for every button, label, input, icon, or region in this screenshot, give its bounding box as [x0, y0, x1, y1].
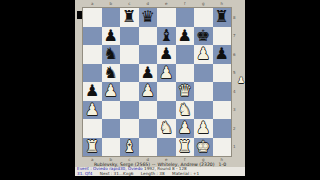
black-knight-b5: ♞ — [104, 64, 118, 83]
black-to-move-indicator — [77, 11, 82, 19]
black-pawn-d5: ♟ — [141, 64, 155, 83]
square-b3[interactable] — [102, 101, 121, 120]
square-d1[interactable] — [139, 138, 158, 157]
square-f7[interactable]: ♟ — [176, 27, 195, 46]
square-e3[interactable] — [157, 101, 176, 120]
white-pawn-e5: ♟ — [159, 64, 173, 83]
white-pawn-a3: ♟ — [85, 101, 99, 120]
game-length: Length : 38 — [141, 171, 165, 176]
square-e1[interactable] — [157, 138, 176, 157]
file-label-d: d — [139, 0, 158, 8]
square-g4[interactable] — [194, 82, 213, 101]
square-d4[interactable]: ♟ — [139, 82, 158, 101]
square-c2[interactable] — [120, 119, 139, 138]
board: ♜♛♜♟♝♟♚♞♟♟♟♞♟♟♟♟♟♛♟♞♞♟♟♜♝♜♚ — [83, 8, 231, 156]
white-king-g1: ♚ — [196, 138, 210, 157]
square-d5[interactable]: ♟ — [139, 64, 158, 83]
square-f3[interactable]: ♞ — [176, 101, 195, 120]
square-g6[interactable]: ♟ — [194, 45, 213, 64]
square-f8[interactable] — [176, 8, 195, 27]
white-rook-a1: ♜ — [85, 138, 99, 157]
black-pawn-e6: ♟ — [159, 45, 173, 64]
caption-details: Event : Oviedo rapid30, Oviedo 1992, Rou… — [75, 167, 245, 176]
square-d8[interactable]: ♛ — [139, 8, 158, 27]
square-c1[interactable]: ♝ — [120, 138, 139, 157]
square-h3[interactable] — [213, 101, 232, 120]
square-b6[interactable]: ♞ — [102, 45, 121, 64]
square-g2[interactable]: ♟ — [194, 119, 213, 138]
black-knight-b6: ♞ — [104, 45, 118, 64]
white-pawn-g2: ♟ — [196, 119, 210, 138]
square-c8[interactable]: ♜ — [120, 8, 139, 27]
black-bishop-e7: ♝ — [159, 27, 173, 46]
rank-label-2: 2 — [231, 119, 245, 138]
file-label-e: e — [157, 0, 176, 8]
square-a5[interactable] — [83, 64, 102, 83]
square-e5[interactable]: ♟ — [157, 64, 176, 83]
square-b1[interactable] — [102, 138, 121, 157]
white-pawn-d4: ♟ — [141, 82, 155, 101]
white-pawn-f2: ♟ — [178, 119, 192, 138]
square-b4[interactable]: ♟ — [102, 82, 121, 101]
file-label-f: f — [176, 0, 195, 8]
square-h5[interactable] — [213, 64, 232, 83]
white-bishop-c1: ♝ — [122, 138, 136, 157]
square-e7[interactable]: ♝ — [157, 27, 176, 46]
white-pawn-g6: ♟ — [196, 45, 210, 64]
rank-label-1: 1 — [231, 138, 245, 157]
white-knight-f3: ♞ — [178, 101, 192, 120]
square-f2[interactable]: ♟ — [176, 119, 195, 138]
square-g3[interactable] — [194, 101, 213, 120]
square-a2[interactable] — [83, 119, 102, 138]
chess-panel: abcdefgh ♜♛♜♟♝♟♚♞♟♟♟♞♟♟♟♟♟♛♟♞♞♟♟♜♝♜♚ 876… — [75, 0, 245, 176]
square-g7[interactable]: ♚ — [194, 27, 213, 46]
black-pawn-f7: ♟ — [178, 27, 192, 46]
black-pawn-b7: ♟ — [104, 27, 118, 46]
square-b2[interactable] — [102, 119, 121, 138]
rank-label-6: 6 — [231, 45, 245, 64]
file-label-a: a — [83, 0, 102, 8]
black-rook-c8: ♜ — [122, 8, 136, 27]
black-king-g7: ♚ — [196, 27, 210, 46]
moves-line: 31. Qf4 Next : 31...Kxg6 Length : 38 Mat… — [77, 172, 245, 177]
square-h8[interactable]: ♜ — [213, 8, 232, 27]
game-result: 1-0 — [219, 162, 227, 167]
square-b7[interactable]: ♟ — [102, 27, 121, 46]
rank-label-7: 7 — [231, 27, 245, 46]
square-h6[interactable]: ♟ — [213, 45, 232, 64]
square-d2[interactable] — [139, 119, 158, 138]
square-a7[interactable] — [83, 27, 102, 46]
square-e2[interactable]: ♞ — [157, 119, 176, 138]
screenshot-stage: abcdefgh ♜♛♜♟♝♟♚♞♟♟♟♞♟♟♟♟♟♛♟♞♞♟♟♜♝♜♚ 876… — [0, 0, 320, 180]
square-a8[interactable] — [83, 8, 102, 27]
letterbox-right — [245, 0, 320, 180]
square-f6[interactable] — [176, 45, 195, 64]
square-e8[interactable] — [157, 8, 176, 27]
square-h1[interactable] — [213, 138, 232, 157]
square-d6[interactable] — [139, 45, 158, 64]
square-h2[interactable] — [213, 119, 232, 138]
square-a3[interactable]: ♟ — [83, 101, 102, 120]
material-advantage-pawn-icon: ♟ — [236, 74, 246, 86]
square-d7[interactable] — [139, 27, 158, 46]
square-f5[interactable] — [176, 64, 195, 83]
square-c5[interactable] — [120, 64, 139, 83]
square-c7[interactable] — [120, 27, 139, 46]
square-g8[interactable] — [194, 8, 213, 27]
square-b8[interactable] — [102, 8, 121, 27]
black-queen-d8: ♛ — [141, 8, 155, 27]
square-e6[interactable]: ♟ — [157, 45, 176, 64]
file-label-c: c — [120, 0, 139, 8]
square-e4[interactable] — [157, 82, 176, 101]
square-g5[interactable] — [194, 64, 213, 83]
square-d3[interactable] — [139, 101, 158, 120]
file-label-b: b — [102, 0, 121, 8]
rank-label-3: 3 — [231, 101, 245, 120]
black-pawn-a4: ♟ — [85, 82, 99, 101]
black-rook-h8: ♜ — [215, 8, 229, 27]
square-c4[interactable] — [120, 82, 139, 101]
square-h4[interactable] — [213, 82, 232, 101]
square-f4[interactable]: ♛ — [176, 82, 195, 101]
white-queen-f4: ♛ — [178, 82, 192, 101]
file-label-h: h — [213, 0, 232, 8]
white-rook-f1: ♜ — [178, 138, 192, 157]
current-move[interactable]: 31. Qf4 — [77, 171, 92, 176]
square-a4[interactable]: ♟ — [83, 82, 102, 101]
black-pawn-h6: ♟ — [215, 45, 229, 64]
square-c3[interactable] — [120, 101, 139, 120]
material-balance: Material : +1 — [172, 171, 199, 176]
caption: Rublevsky, Serge (2565)--Whiteley, Andre… — [75, 162, 245, 176]
square-b5[interactable]: ♞ — [102, 64, 121, 83]
square-f1[interactable]: ♜ — [176, 138, 195, 157]
square-a1[interactable]: ♜ — [83, 138, 102, 157]
white-pawn-b4: ♟ — [104, 82, 118, 101]
file-label-g: g — [194, 0, 213, 8]
square-a6[interactable] — [83, 45, 102, 64]
white-knight-e2: ♞ — [159, 119, 173, 138]
next-move: Next : 31...Kxg6 — [100, 171, 134, 176]
file-labels-top: abcdefgh — [83, 0, 231, 8]
square-h7[interactable] — [213, 27, 232, 46]
square-c6[interactable] — [120, 45, 139, 64]
letterbox-left — [0, 0, 75, 180]
square-g1[interactable]: ♚ — [194, 138, 213, 157]
rank-label-8: 8 — [231, 8, 245, 27]
